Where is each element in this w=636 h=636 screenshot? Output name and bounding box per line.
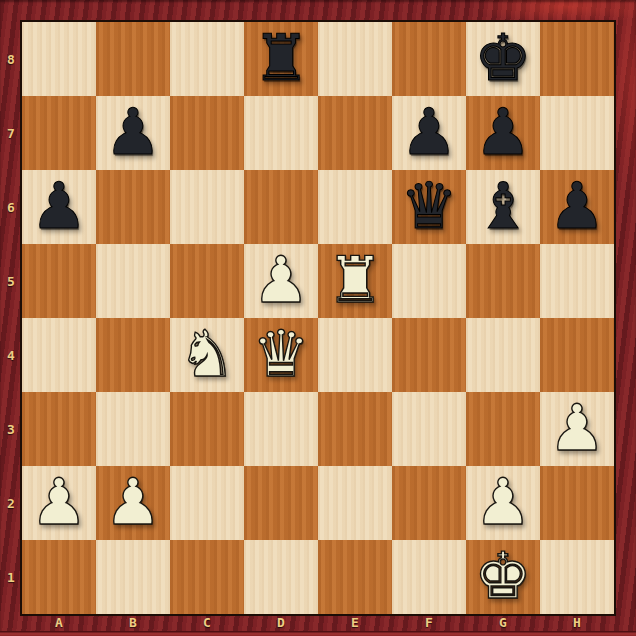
square-f6[interactable]: ♛ (392, 170, 466, 244)
piece-black-pawn: ♟ (96, 96, 170, 170)
square-e7[interactable] (318, 96, 392, 170)
square-e4[interactable] (318, 318, 392, 392)
piece-white-king: ♚ (466, 540, 540, 614)
square-f2[interactable] (392, 466, 466, 540)
square-b1[interactable] (96, 540, 170, 614)
rank-label-5: 5 (0, 244, 22, 318)
chessboard-frame: ♜♚♟♟♟♟♛♝♟♟♜♞♛♟♟♟♟♚ 87654321ABCDEFGH (0, 0, 636, 636)
square-a5[interactable] (22, 244, 96, 318)
square-d7[interactable] (244, 96, 318, 170)
square-f5[interactable] (392, 244, 466, 318)
piece-black-rook: ♜ (244, 22, 318, 96)
square-e1[interactable] (318, 540, 392, 614)
square-a4[interactable] (22, 318, 96, 392)
square-e2[interactable] (318, 466, 392, 540)
square-f4[interactable] (392, 318, 466, 392)
square-c2[interactable] (170, 466, 244, 540)
square-h8[interactable] (540, 22, 614, 96)
file-label-e: E (318, 614, 392, 631)
square-b3[interactable] (96, 392, 170, 466)
square-a3[interactable] (22, 392, 96, 466)
square-b4[interactable] (96, 318, 170, 392)
rank-label-1: 1 (0, 540, 22, 614)
square-h1[interactable] (540, 540, 614, 614)
square-g8[interactable]: ♚ (466, 22, 540, 96)
square-c5[interactable] (170, 244, 244, 318)
square-f8[interactable] (392, 22, 466, 96)
square-d2[interactable] (244, 466, 318, 540)
square-c4[interactable]: ♞ (170, 318, 244, 392)
rank-label-4: 4 (0, 318, 22, 392)
square-c6[interactable] (170, 170, 244, 244)
square-g6[interactable]: ♝ (466, 170, 540, 244)
square-d3[interactable] (244, 392, 318, 466)
square-g4[interactable] (466, 318, 540, 392)
frame-bottom-edge (0, 631, 636, 636)
piece-white-knight: ♞ (170, 318, 244, 392)
piece-black-bishop: ♝ (466, 170, 540, 244)
square-b8[interactable] (96, 22, 170, 96)
chessboard: ♜♚♟♟♟♟♛♝♟♟♜♞♛♟♟♟♟♚ (22, 22, 614, 614)
square-e6[interactable] (318, 170, 392, 244)
square-d4[interactable]: ♛ (244, 318, 318, 392)
square-h3[interactable]: ♟ (540, 392, 614, 466)
square-e5[interactable]: ♜ (318, 244, 392, 318)
square-h5[interactable] (540, 244, 614, 318)
piece-white-pawn: ♟ (244, 244, 318, 318)
file-label-b: B (96, 614, 170, 631)
square-a2[interactable]: ♟ (22, 466, 96, 540)
square-a8[interactable] (22, 22, 96, 96)
file-label-d: D (244, 614, 318, 631)
square-g2[interactable]: ♟ (466, 466, 540, 540)
square-a7[interactable] (22, 96, 96, 170)
piece-black-pawn: ♟ (392, 96, 466, 170)
piece-black-pawn: ♟ (540, 170, 614, 244)
square-f3[interactable] (392, 392, 466, 466)
square-g7[interactable]: ♟ (466, 96, 540, 170)
piece-white-pawn: ♟ (96, 466, 170, 540)
file-label-h: H (540, 614, 614, 631)
rank-label-3: 3 (0, 392, 22, 466)
square-g1[interactable]: ♚ (466, 540, 540, 614)
file-label-g: G (466, 614, 540, 631)
piece-black-king: ♚ (466, 22, 540, 96)
square-b2[interactable]: ♟ (96, 466, 170, 540)
square-c1[interactable] (170, 540, 244, 614)
piece-white-queen: ♛ (244, 318, 318, 392)
file-label-c: C (170, 614, 244, 631)
piece-black-pawn: ♟ (22, 170, 96, 244)
rank-label-7: 7 (0, 96, 22, 170)
piece-white-pawn: ♟ (540, 392, 614, 466)
piece-black-pawn: ♟ (466, 96, 540, 170)
square-c3[interactable] (170, 392, 244, 466)
square-f7[interactable]: ♟ (392, 96, 466, 170)
square-a1[interactable] (22, 540, 96, 614)
square-f1[interactable] (392, 540, 466, 614)
square-d6[interactable] (244, 170, 318, 244)
square-c7[interactable] (170, 96, 244, 170)
file-label-a: A (22, 614, 96, 631)
piece-white-pawn: ♟ (22, 466, 96, 540)
square-h7[interactable] (540, 96, 614, 170)
square-b5[interactable] (96, 244, 170, 318)
square-h4[interactable] (540, 318, 614, 392)
rank-label-8: 8 (0, 22, 22, 96)
square-e3[interactable] (318, 392, 392, 466)
square-d1[interactable] (244, 540, 318, 614)
square-c8[interactable] (170, 22, 244, 96)
square-d5[interactable]: ♟ (244, 244, 318, 318)
square-d8[interactable]: ♜ (244, 22, 318, 96)
rank-label-6: 6 (0, 170, 22, 244)
square-a6[interactable]: ♟ (22, 170, 96, 244)
piece-white-rook: ♜ (318, 244, 392, 318)
square-g3[interactable] (466, 392, 540, 466)
square-b7[interactable]: ♟ (96, 96, 170, 170)
piece-black-queen: ♛ (392, 170, 466, 244)
file-label-f: F (392, 614, 466, 631)
square-h2[interactable] (540, 466, 614, 540)
square-h6[interactable]: ♟ (540, 170, 614, 244)
square-e8[interactable] (318, 22, 392, 96)
square-b6[interactable] (96, 170, 170, 244)
rank-label-2: 2 (0, 466, 22, 540)
square-g5[interactable] (466, 244, 540, 318)
piece-white-pawn: ♟ (466, 466, 540, 540)
